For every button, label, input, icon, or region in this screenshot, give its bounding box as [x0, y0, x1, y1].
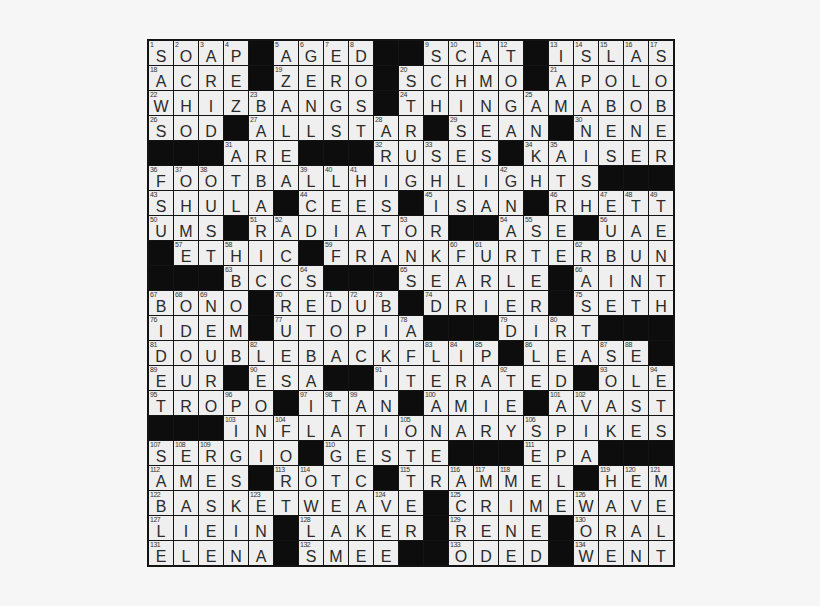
grid-cell[interactable]: E	[199, 541, 223, 565]
grid-cell[interactable]: M	[224, 316, 248, 340]
grid-cell[interactable]: 86L	[524, 341, 548, 365]
grid-cell[interactable]: G	[324, 91, 348, 115]
grid-cell[interactable]: I	[574, 141, 598, 165]
grid-cell[interactable]: I	[374, 166, 398, 190]
grid-cell[interactable]: 132S	[299, 541, 323, 565]
grid-cell[interactable]: N	[474, 91, 498, 115]
grid-cell[interactable]: 28A	[374, 116, 398, 140]
grid-cell[interactable]: 106S	[524, 416, 548, 440]
grid-cell[interactable]: 15L	[599, 41, 623, 65]
grid-cell[interactable]: 18A	[149, 66, 173, 90]
grid-cell[interactable]: T	[649, 541, 673, 565]
grid-cell[interactable]: 4P	[224, 41, 248, 65]
grid-cell[interactable]: T	[299, 316, 323, 340]
grid-cell[interactable]: O	[624, 91, 648, 115]
grid-cell[interactable]: 31A	[224, 141, 248, 165]
grid-cell[interactable]: 48T	[624, 191, 648, 215]
grid-cell[interactable]: 41H	[349, 166, 373, 190]
grid-cell[interactable]: 78A	[399, 316, 423, 340]
grid-cell[interactable]: D	[524, 541, 548, 565]
grid-cell[interactable]: A	[499, 116, 523, 140]
grid-cell[interactable]: S	[474, 141, 498, 165]
grid-cell[interactable]: R	[424, 466, 448, 490]
grid-cell[interactable]: I	[524, 316, 548, 340]
grid-cell[interactable]: O	[274, 441, 298, 465]
grid-cell[interactable]: E	[649, 116, 673, 140]
grid-cell[interactable]: 3A	[199, 41, 223, 65]
grid-cell[interactable]: T	[349, 416, 373, 440]
grid-cell[interactable]: B	[224, 341, 248, 365]
grid-cell[interactable]: N	[624, 541, 648, 565]
grid-cell[interactable]: S	[349, 91, 373, 115]
grid-cell[interactable]: E	[374, 516, 398, 540]
grid-cell[interactable]: L	[549, 466, 573, 490]
grid-cell[interactable]: E	[199, 466, 223, 490]
grid-cell[interactable]: 70R	[274, 291, 298, 315]
grid-cell[interactable]: 125C	[449, 491, 473, 515]
grid-cell[interactable]: O	[499, 66, 523, 90]
grid-cell[interactable]: E	[399, 491, 423, 515]
grid-cell[interactable]: 59F	[324, 241, 348, 265]
grid-cell[interactable]: O	[324, 316, 348, 340]
grid-cell[interactable]: E	[224, 66, 248, 90]
grid-cell[interactable]: S	[449, 191, 473, 215]
grid-cell[interactable]: M	[549, 91, 573, 115]
grid-cell[interactable]: M	[324, 541, 348, 565]
grid-cell[interactable]: L	[274, 116, 298, 140]
grid-cell[interactable]: S	[274, 366, 298, 390]
grid-cell[interactable]: Y	[499, 416, 523, 440]
grid-cell[interactable]: E	[499, 541, 523, 565]
grid-cell[interactable]: T	[549, 166, 573, 190]
grid-cell[interactable]: 110G	[324, 441, 348, 465]
grid-cell[interactable]: 102V	[574, 391, 598, 415]
grid-cell[interactable]: 73B	[374, 291, 398, 315]
grid-cell[interactable]: T	[349, 116, 373, 140]
grid-cell[interactable]: L	[624, 366, 648, 390]
grid-cell[interactable]: H	[449, 66, 473, 90]
grid-cell[interactable]: A	[174, 491, 198, 515]
grid-cell[interactable]: 101A	[549, 391, 573, 415]
grid-cell[interactable]: C	[424, 66, 448, 90]
grid-cell[interactable]: 10C	[449, 41, 473, 65]
grid-cell[interactable]: E	[549, 216, 573, 240]
grid-cell[interactable]: S	[599, 141, 623, 165]
grid-cell[interactable]: N	[299, 91, 323, 115]
grid-cell[interactable]: R	[324, 66, 348, 90]
grid-cell[interactable]: T	[649, 391, 673, 415]
grid-cell[interactable]: E	[199, 516, 223, 540]
grid-cell[interactable]: 40L	[324, 166, 348, 190]
grid-cell[interactable]: A	[324, 516, 348, 540]
grid-cell[interactable]: A	[274, 166, 298, 190]
grid-cell[interactable]: K	[224, 491, 248, 515]
grid-cell[interactable]: I	[499, 491, 523, 515]
grid-cell[interactable]: E	[324, 191, 348, 215]
grid-cell[interactable]: R	[474, 491, 498, 515]
grid-cell[interactable]: 54A	[499, 216, 523, 240]
grid-cell[interactable]: B	[599, 91, 623, 115]
grid-cell[interactable]: O	[199, 391, 223, 415]
grid-cell[interactable]: R	[349, 241, 373, 265]
grid-cell[interactable]: A	[449, 266, 473, 290]
grid-cell[interactable]: L	[299, 416, 323, 440]
grid-cell[interactable]: S	[649, 416, 673, 440]
grid-cell[interactable]: E	[549, 241, 573, 265]
grid-cell[interactable]: 61U	[474, 241, 498, 265]
grid-cell[interactable]: R	[199, 66, 223, 90]
grid-cell[interactable]: 131E	[149, 541, 173, 565]
grid-cell[interactable]: I	[224, 516, 248, 540]
grid-cell[interactable]: R	[174, 391, 198, 415]
crossword-board[interactable]: 1S2O3A4P5A6G7E8D9S10C11A12T13I14S15L16A1…	[147, 39, 675, 567]
grid-cell[interactable]: R	[249, 141, 273, 165]
grid-cell[interactable]: E	[424, 266, 448, 290]
grid-cell[interactable]: 116A	[449, 466, 473, 490]
grid-cell[interactable]: L	[224, 191, 248, 215]
grid-cell[interactable]: D	[549, 366, 573, 390]
grid-cell[interactable]: L	[449, 166, 473, 190]
grid-cell[interactable]: S	[324, 116, 348, 140]
grid-cell[interactable]: E	[324, 491, 348, 515]
grid-cell[interactable]: 68O	[174, 291, 198, 315]
grid-cell[interactable]: 13I	[549, 41, 573, 65]
grid-cell[interactable]: 50U	[149, 216, 173, 240]
grid-cell[interactable]: 109R	[199, 441, 223, 465]
grid-cell[interactable]: 115T	[399, 466, 423, 490]
grid-cell[interactable]: B	[249, 166, 273, 190]
grid-cell[interactable]: E	[624, 141, 648, 165]
grid-cell[interactable]: M	[174, 216, 198, 240]
grid-cell[interactable]: T	[224, 166, 248, 190]
grid-cell[interactable]: K	[349, 516, 373, 540]
grid-cell[interactable]: 95T	[149, 391, 173, 415]
grid-cell[interactable]: 118M	[499, 466, 523, 490]
grid-cell[interactable]: A	[274, 91, 298, 115]
grid-cell[interactable]: O	[224, 291, 248, 315]
grid-cell[interactable]: E	[349, 441, 373, 465]
grid-cell[interactable]: C	[349, 466, 373, 490]
grid-cell[interactable]: A	[449, 416, 473, 440]
grid-cell[interactable]: P	[549, 441, 573, 465]
grid-cell[interactable]: C	[249, 266, 273, 290]
grid-cell[interactable]: E	[349, 541, 373, 565]
grid-cell[interactable]: R	[524, 291, 548, 315]
grid-cell[interactable]: 46R	[549, 191, 573, 215]
grid-cell[interactable]: 53O	[399, 216, 423, 240]
grid-cell[interactable]: 133O	[449, 541, 473, 565]
grid-cell[interactable]: R	[474, 416, 498, 440]
grid-cell[interactable]: 60F	[449, 241, 473, 265]
grid-cell[interactable]: 49T	[649, 191, 673, 215]
grid-cell[interactable]: N	[374, 391, 398, 415]
grid-cell[interactable]: 119H	[599, 466, 623, 490]
grid-cell[interactable]: L	[174, 541, 198, 565]
grid-cell[interactable]: 55S	[524, 216, 548, 240]
grid-cell[interactable]: B	[599, 241, 623, 265]
grid-cell[interactable]: 75S	[574, 291, 598, 315]
grid-cell[interactable]: 29S	[449, 116, 473, 140]
grid-cell[interactable]: L	[649, 516, 673, 540]
grid-cell[interactable]: 7E	[324, 41, 348, 65]
grid-cell[interactable]: 69N	[199, 291, 223, 315]
grid-cell[interactable]: I	[449, 91, 473, 115]
grid-cell[interactable]: 17S	[649, 41, 673, 65]
grid-cell[interactable]: 25A	[524, 91, 548, 115]
grid-cell[interactable]: 120E	[624, 466, 648, 490]
grid-cell[interactable]: 88E	[624, 341, 648, 365]
grid-cell[interactable]: 77U	[274, 316, 298, 340]
grid-cell[interactable]: 117M	[474, 466, 498, 490]
grid-cell[interactable]: 93O	[599, 366, 623, 390]
grid-cell[interactable]: E	[524, 266, 548, 290]
grid-cell[interactable]: T	[399, 366, 423, 390]
grid-cell[interactable]: T	[274, 491, 298, 515]
grid-cell[interactable]: Z	[224, 91, 248, 115]
grid-cell[interactable]: 63B	[224, 266, 248, 290]
grid-cell[interactable]: E	[524, 516, 548, 540]
grid-cell[interactable]: A	[349, 491, 373, 515]
grid-cell[interactable]: D	[174, 316, 198, 340]
grid-cell[interactable]: A	[474, 366, 498, 390]
grid-cell[interactable]: I	[324, 216, 348, 240]
grid-cell[interactable]: N	[249, 416, 273, 440]
grid-cell[interactable]: E	[299, 291, 323, 315]
grid-cell[interactable]: 121M	[649, 466, 673, 490]
grid-cell[interactable]: A	[249, 191, 273, 215]
grid-cell[interactable]: G	[399, 166, 423, 190]
grid-cell[interactable]: M	[474, 66, 498, 90]
grid-cell[interactable]: A	[374, 241, 398, 265]
grid-cell[interactable]: N	[524, 116, 548, 140]
grid-cell[interactable]: N	[499, 191, 523, 215]
grid-cell[interactable]: R	[449, 366, 473, 390]
grid-cell[interactable]: 2O	[174, 41, 198, 65]
grid-cell[interactable]: T	[524, 241, 548, 265]
grid-cell[interactable]: 103I	[224, 416, 248, 440]
grid-cell[interactable]: T	[399, 441, 423, 465]
grid-cell[interactable]: 100A	[424, 391, 448, 415]
grid-cell[interactable]: 99A	[349, 391, 373, 415]
grid-cell[interactable]: 65S	[399, 266, 423, 290]
grid-cell[interactable]: 66A	[574, 266, 598, 290]
grid-cell[interactable]: T	[374, 216, 398, 240]
grid-cell[interactable]: 124V	[374, 491, 398, 515]
grid-cell[interactable]: I	[199, 91, 223, 115]
grid-cell[interactable]: R	[649, 141, 673, 165]
grid-cell[interactable]: I	[474, 391, 498, 415]
grid-cell[interactable]: 96P	[224, 391, 248, 415]
grid-cell[interactable]: S	[199, 491, 223, 515]
grid-cell[interactable]: 76I	[149, 316, 173, 340]
grid-cell[interactable]: S	[574, 166, 598, 190]
grid-cell[interactable]: I	[249, 241, 273, 265]
grid-cell[interactable]: 44C	[299, 191, 323, 215]
grid-cell[interactable]: 20S	[399, 66, 423, 90]
grid-cell[interactable]: 108E	[174, 441, 198, 465]
grid-cell[interactable]: A	[599, 491, 623, 515]
grid-cell[interactable]: E	[299, 66, 323, 90]
grid-cell[interactable]: E	[349, 191, 373, 215]
grid-cell[interactable]: 45I	[424, 191, 448, 215]
grid-cell[interactable]: 82L	[249, 341, 273, 365]
grid-cell[interactable]: O	[649, 66, 673, 90]
grid-cell[interactable]: 127L	[149, 516, 173, 540]
grid-cell[interactable]: 35A	[549, 141, 573, 165]
grid-cell[interactable]: W	[299, 491, 323, 515]
grid-cell[interactable]: N	[399, 241, 423, 265]
grid-cell[interactable]: 33S	[424, 141, 448, 165]
grid-cell[interactable]: 12T	[499, 41, 523, 65]
grid-cell[interactable]: A	[249, 541, 273, 565]
grid-cell[interactable]: C	[274, 266, 298, 290]
grid-cell[interactable]: C	[349, 341, 373, 365]
grid-cell[interactable]: O	[599, 66, 623, 90]
grid-cell[interactable]: M	[449, 391, 473, 415]
grid-cell[interactable]: 47E	[599, 191, 623, 215]
grid-cell[interactable]: P	[549, 416, 573, 440]
grid-cell[interactable]: 105O	[399, 416, 423, 440]
grid-cell[interactable]: A	[574, 341, 598, 365]
grid-cell[interactable]: 38O	[199, 166, 223, 190]
grid-cell[interactable]: N	[424, 416, 448, 440]
grid-cell[interactable]: 112A	[149, 466, 173, 490]
grid-cell[interactable]: A	[299, 366, 323, 390]
grid-cell[interactable]: 126W	[574, 491, 598, 515]
grid-cell[interactable]: G	[499, 91, 523, 115]
grid-cell[interactable]: E	[499, 291, 523, 315]
grid-cell[interactable]: 72U	[349, 291, 373, 315]
grid-cell[interactable]: N	[624, 116, 648, 140]
grid-cell[interactable]: E	[424, 366, 448, 390]
grid-cell[interactable]: E	[424, 441, 448, 465]
grid-cell[interactable]: D	[199, 116, 223, 140]
grid-cell[interactable]: C	[174, 66, 198, 90]
grid-cell[interactable]: S	[624, 391, 648, 415]
grid-cell[interactable]: M	[174, 466, 198, 490]
grid-cell[interactable]: 94E	[649, 366, 673, 390]
grid-cell[interactable]: 43S	[149, 191, 173, 215]
grid-cell[interactable]: N	[249, 516, 273, 540]
grid-cell[interactable]: I	[474, 166, 498, 190]
grid-cell[interactable]: R	[399, 116, 423, 140]
grid-cell[interactable]: A	[574, 91, 598, 115]
grid-cell[interactable]: 11A	[474, 41, 498, 65]
grid-cell[interactable]: R	[499, 241, 523, 265]
grid-cell[interactable]: 79D	[499, 316, 523, 340]
grid-cell[interactable]: N	[499, 516, 523, 540]
grid-cell[interactable]: E	[524, 466, 548, 490]
grid-cell[interactable]: T	[199, 241, 223, 265]
grid-cell[interactable]: 26S	[149, 116, 173, 140]
grid-cell[interactable]: U	[624, 241, 648, 265]
grid-cell[interactable]: 111E	[524, 441, 548, 465]
grid-cell[interactable]: A	[624, 516, 648, 540]
grid-cell[interactable]: 14S	[574, 41, 598, 65]
grid-cell[interactable]: 23B	[249, 91, 273, 115]
grid-cell[interactable]: 123E	[249, 491, 273, 515]
grid-cell[interactable]: 128L	[299, 516, 323, 540]
grid-cell[interactable]: H	[574, 191, 598, 215]
grid-cell[interactable]: B	[649, 91, 673, 115]
grid-cell[interactable]: U	[199, 191, 223, 215]
grid-cell[interactable]: E	[449, 141, 473, 165]
grid-cell[interactable]: 52A	[274, 216, 298, 240]
grid-cell[interactable]: A	[324, 341, 348, 365]
grid-cell[interactable]: 30N	[574, 116, 598, 140]
grid-cell[interactable]: 80R	[549, 316, 573, 340]
grid-cell[interactable]: S	[374, 191, 398, 215]
grid-cell[interactable]: O	[174, 341, 198, 365]
grid-cell[interactable]: K	[374, 341, 398, 365]
grid-cell[interactable]: H	[174, 191, 198, 215]
grid-cell[interactable]: H	[424, 166, 448, 190]
grid-cell[interactable]: U	[199, 341, 223, 365]
grid-cell[interactable]: P	[574, 66, 598, 90]
grid-cell[interactable]: I	[249, 441, 273, 465]
grid-cell[interactable]: 19Z	[274, 66, 298, 90]
grid-cell[interactable]: 42G	[499, 166, 523, 190]
grid-cell[interactable]: 16A	[624, 41, 648, 65]
grid-cell[interactable]: A	[624, 216, 648, 240]
grid-cell[interactable]: A	[574, 441, 598, 465]
grid-cell[interactable]: A	[599, 391, 623, 415]
grid-cell[interactable]: E	[274, 141, 298, 165]
grid-cell[interactable]: E	[599, 116, 623, 140]
grid-cell[interactable]: 84I	[449, 341, 473, 365]
grid-cell[interactable]: 97I	[299, 391, 323, 415]
grid-cell[interactable]: E	[199, 316, 223, 340]
grid-cell[interactable]: O	[349, 66, 373, 90]
grid-cell[interactable]: P	[349, 316, 373, 340]
grid-cell[interactable]: E	[649, 491, 673, 515]
grid-cell[interactable]: 21A	[549, 66, 573, 90]
grid-cell[interactable]: E	[624, 416, 648, 440]
grid-cell[interactable]: 91I	[374, 366, 398, 390]
grid-cell[interactable]: A	[474, 191, 498, 215]
grid-cell[interactable]: R	[199, 366, 223, 390]
grid-cell[interactable]: R	[599, 516, 623, 540]
grid-cell[interactable]: N	[624, 266, 648, 290]
grid-cell[interactable]: L	[499, 266, 523, 290]
grid-cell[interactable]: H	[649, 291, 673, 315]
grid-cell[interactable]: I	[174, 516, 198, 540]
grid-cell[interactable]: 107S	[149, 441, 173, 465]
grid-cell[interactable]: U	[399, 141, 423, 165]
grid-cell[interactable]: 122B	[149, 491, 173, 515]
grid-cell[interactable]: E	[274, 341, 298, 365]
grid-cell[interactable]: 83L	[424, 341, 448, 365]
grid-cell[interactable]: E	[599, 541, 623, 565]
grid-cell[interactable]: 5A	[274, 41, 298, 65]
grid-cell[interactable]: S	[224, 466, 248, 490]
grid-cell[interactable]: E	[474, 516, 498, 540]
grid-cell[interactable]: 39L	[299, 166, 323, 190]
grid-cell[interactable]: 85P	[474, 341, 498, 365]
grid-cell[interactable]: N	[649, 241, 673, 265]
grid-cell[interactable]: I	[374, 316, 398, 340]
grid-cell[interactable]: O	[174, 116, 198, 140]
grid-cell[interactable]: D	[299, 216, 323, 240]
grid-cell[interactable]: 113R	[274, 466, 298, 490]
grid-cell[interactable]: M	[524, 491, 548, 515]
grid-cell[interactable]: H	[174, 91, 198, 115]
grid-cell[interactable]: V	[624, 491, 648, 515]
grid-cell[interactable]: 37O	[174, 166, 198, 190]
grid-cell[interactable]: 32R	[374, 141, 398, 165]
grid-cell[interactable]: 114O	[299, 466, 323, 490]
grid-cell[interactable]: 22W	[149, 91, 173, 115]
